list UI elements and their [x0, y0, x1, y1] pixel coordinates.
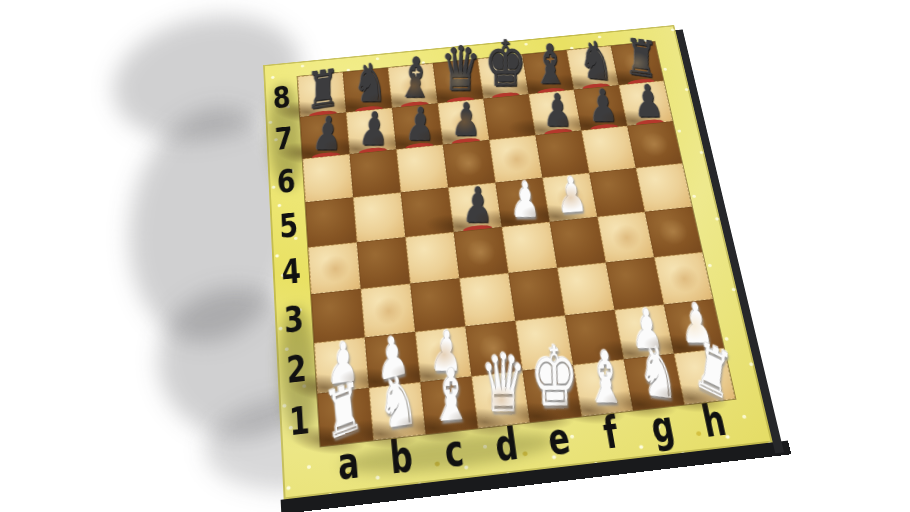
black-pawn-icon: ♟	[621, 75, 675, 127]
rank-label-5: 5	[270, 203, 308, 246]
square-h4	[645, 207, 702, 257]
square-f5: ♟	[542, 173, 597, 222]
square-b6	[350, 149, 401, 197]
square-h7: ♟	[619, 81, 673, 126]
board-grid: ♜♞♝♛♚♝♞♜♟♟♟♟♟♟♟♟♟♟♟♟♟♟♟♜♞♝♛♚♝♞♜	[297, 41, 735, 446]
square-b5	[353, 192, 405, 242]
square-e4	[502, 222, 557, 273]
square-h1: ♜	[674, 348, 736, 405]
square-b4	[357, 237, 410, 289]
square-e3	[508, 268, 565, 321]
rank-label-3: 3	[274, 296, 314, 342]
rank-label-4: 4	[272, 249, 311, 293]
square-h6	[627, 121, 682, 168]
square-d4	[454, 227, 509, 278]
square-a5	[305, 197, 357, 247]
square-f4	[550, 217, 606, 268]
square-a6	[303, 154, 354, 202]
square-d3	[459, 273, 515, 326]
square-h5	[636, 163, 692, 212]
rank-label-6: 6	[268, 160, 305, 201]
chessboard-3d-render-scene: 87654321abcdefgh ♜♞♝♛♚♝♞♜♟♟♟♟♟♟♟♟♟♟♟♟♟♟♟…	[0, 0, 910, 512]
square-f3	[557, 262, 614, 315]
square-a4	[308, 242, 361, 294]
square-d7: ♟	[438, 99, 489, 145]
square-c6	[396, 145, 448, 193]
chess-board: 87654321abcdefgh ♜♞♝♛♚♝♞♜♟♟♟♟♟♟♟♟♟♟♟♟♟♟♟…	[263, 25, 773, 499]
square-c4	[405, 232, 459, 284]
